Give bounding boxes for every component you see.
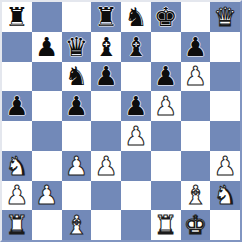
square-f3[interactable]: [151, 151, 181, 181]
square-a7[interactable]: [2, 32, 32, 62]
square-f8[interactable]: ♚: [151, 2, 181, 32]
square-e8[interactable]: ♞: [121, 2, 151, 32]
white-rook-piece: ♜: [5, 212, 28, 238]
square-a5[interactable]: ♟: [2, 91, 32, 121]
square-d7[interactable]: ♝: [91, 32, 121, 62]
square-a6[interactable]: [2, 62, 32, 92]
white-pawn-piece: ♟: [184, 63, 207, 89]
square-a2[interactable]: ♟: [2, 181, 32, 211]
square-d4[interactable]: [91, 121, 121, 151]
square-d2[interactable]: [91, 181, 121, 211]
black-pawn-piece: ♟: [65, 93, 88, 119]
square-c5[interactable]: ♟: [62, 91, 92, 121]
square-c6[interactable]: ♞: [62, 62, 92, 92]
black-pawn-piece: ♟: [124, 93, 147, 119]
square-g8[interactable]: [181, 2, 211, 32]
black-queen-piece: ♛: [65, 34, 88, 60]
square-f6[interactable]: ♟: [151, 62, 181, 92]
square-a4[interactable]: [2, 121, 32, 151]
white-bishop-piece: ♝: [65, 212, 88, 238]
square-d5[interactable]: [91, 91, 121, 121]
white-pawn-piece: ♟: [94, 153, 117, 179]
square-a3[interactable]: ♞: [2, 151, 32, 181]
square-g6[interactable]: ♟: [181, 62, 211, 92]
square-d1[interactable]: [91, 210, 121, 240]
square-h2[interactable]: ♞: [210, 181, 240, 211]
white-knight-piece: ♞: [213, 182, 236, 208]
white-pawn-piece: ♟: [5, 182, 28, 208]
square-h6[interactable]: [210, 62, 240, 92]
square-h1[interactable]: [210, 210, 240, 240]
black-knight-piece: ♞: [65, 63, 88, 89]
square-f4[interactable]: [151, 121, 181, 151]
square-e1[interactable]: [121, 210, 151, 240]
black-pawn-piece: ♟: [5, 93, 28, 119]
square-a1[interactable]: ♜: [2, 210, 32, 240]
black-rook-piece: ♜: [94, 4, 117, 30]
square-b8[interactable]: [32, 2, 62, 32]
square-h5[interactable]: [210, 91, 240, 121]
square-e4[interactable]: ♟: [121, 121, 151, 151]
black-pawn-piece: ♟: [35, 34, 58, 60]
black-pawn-piece: ♟: [154, 63, 177, 89]
square-h7[interactable]: [210, 32, 240, 62]
white-pawn-piece: ♟: [154, 93, 177, 119]
square-f5[interactable]: ♟: [151, 91, 181, 121]
square-d6[interactable]: ♟: [91, 62, 121, 92]
square-f1[interactable]: ♜: [151, 210, 181, 240]
square-g2[interactable]: ♝: [181, 181, 211, 211]
black-pawn-piece: ♟: [184, 34, 207, 60]
square-e6[interactable]: [121, 62, 151, 92]
square-g7[interactable]: ♟: [181, 32, 211, 62]
white-pawn-piece: ♟: [213, 153, 236, 179]
black-bishop-piece: ♝: [124, 34, 147, 60]
square-c7[interactable]: ♛: [62, 32, 92, 62]
square-h4[interactable]: [210, 121, 240, 151]
square-h3[interactable]: ♟: [210, 151, 240, 181]
white-pawn-piece: ♟: [35, 182, 58, 208]
white-pawn-piece: ♟: [65, 153, 88, 179]
square-b5[interactable]: [32, 91, 62, 121]
square-c8[interactable]: [62, 2, 92, 32]
white-rook-piece: ♜: [154, 212, 177, 238]
square-d3[interactable]: ♟: [91, 151, 121, 181]
square-g1[interactable]: ♚: [181, 210, 211, 240]
square-c4[interactable]: [62, 121, 92, 151]
square-c2[interactable]: [62, 181, 92, 211]
white-king-piece: ♚: [184, 212, 207, 238]
black-bishop-piece: ♝: [94, 34, 117, 60]
white-knight-piece: ♞: [5, 153, 28, 179]
square-a8[interactable]: ♜: [2, 2, 32, 32]
square-b6[interactable]: [32, 62, 62, 92]
square-e5[interactable]: ♟: [121, 91, 151, 121]
square-g4[interactable]: [181, 121, 211, 151]
square-c3[interactable]: ♟: [62, 151, 92, 181]
square-g3[interactable]: [181, 151, 211, 181]
white-bishop-piece: ♝: [184, 182, 207, 208]
square-e2[interactable]: [121, 181, 151, 211]
black-pawn-piece: ♟: [94, 63, 117, 89]
square-b7[interactable]: ♟: [32, 32, 62, 62]
square-e7[interactable]: ♝: [121, 32, 151, 62]
black-king-piece: ♚: [154, 4, 177, 30]
white-queen-piece: ♛: [213, 4, 236, 30]
square-b1[interactable]: [32, 210, 62, 240]
black-rook-piece: ♜: [5, 4, 28, 30]
square-g5[interactable]: [181, 91, 211, 121]
square-b2[interactable]: ♟: [32, 181, 62, 211]
square-b4[interactable]: [32, 121, 62, 151]
square-b3[interactable]: [32, 151, 62, 181]
square-h8[interactable]: ♛: [210, 2, 240, 32]
square-d8[interactable]: ♜: [91, 2, 121, 32]
square-f2[interactable]: [151, 181, 181, 211]
white-pawn-piece: ♟: [124, 123, 147, 149]
square-f7[interactable]: [151, 32, 181, 62]
square-c1[interactable]: ♝: [62, 210, 92, 240]
black-knight-piece: ♞: [124, 4, 147, 30]
square-e3[interactable]: [121, 151, 151, 181]
chess-board: ♜♜♞♚♛♟♛♝♝♟♞♟♟♟♟♟♟♟♟♞♟♟♟♟♟♝♞♜♝♜♚: [0, 0, 242, 242]
